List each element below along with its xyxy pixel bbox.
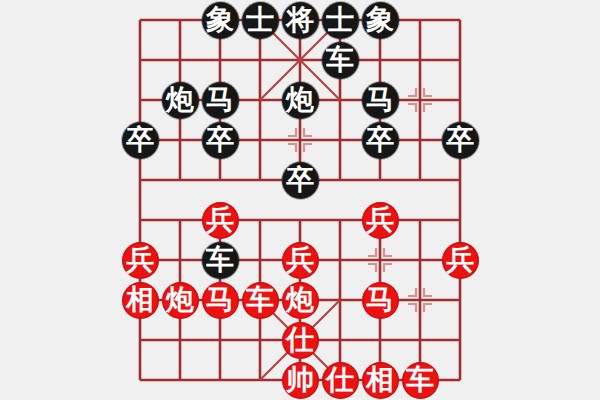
black-pawn[interactable]: 卒 — [202, 122, 239, 159]
black-chariot[interactable]: 车 — [202, 242, 239, 279]
red-elephant[interactable]: 相 — [362, 362, 399, 399]
red-pawn[interactable]: 兵 — [362, 202, 399, 239]
red-pawn[interactable]: 兵 — [122, 242, 159, 279]
piece-grid: 象士将士象车炮马炮马卒卒卒卒卒兵兵兵车兵兵相炮马车炮马仕帅仕相车 — [120, 0, 480, 400]
black-cannon[interactable]: 炮 — [282, 82, 319, 119]
red-pawn[interactable]: 兵 — [202, 202, 239, 239]
black-pawn[interactable]: 卒 — [282, 162, 319, 199]
red-elephant[interactable]: 相 — [122, 282, 159, 319]
black-horse[interactable]: 马 — [202, 82, 239, 119]
red-chariot[interactable]: 车 — [402, 362, 439, 399]
red-horse[interactable]: 马 — [202, 282, 239, 319]
red-king[interactable]: 帅 — [282, 362, 319, 399]
black-general[interactable]: 将 — [282, 2, 319, 39]
xiangqi-board[interactable]: 象士将士象车炮马炮马卒卒卒卒卒兵兵兵车兵兵相炮马车炮马仕帅仕相车 — [0, 0, 600, 400]
black-advisor[interactable]: 士 — [322, 2, 359, 39]
red-cannon[interactable]: 炮 — [162, 282, 199, 319]
red-chariot[interactable]: 车 — [242, 282, 279, 319]
black-pawn[interactable]: 卒 — [122, 122, 159, 159]
black-pawn[interactable]: 卒 — [442, 122, 479, 159]
black-pawn[interactable]: 卒 — [362, 122, 399, 159]
black-elephant[interactable]: 象 — [202, 2, 239, 39]
red-advisor[interactable]: 仕 — [322, 362, 359, 399]
red-pawn[interactable]: 兵 — [442, 242, 479, 279]
black-chariot[interactable]: 车 — [322, 42, 359, 79]
black-cannon[interactable]: 炮 — [162, 82, 199, 119]
red-pawn[interactable]: 兵 — [282, 242, 319, 279]
black-elephant[interactable]: 象 — [362, 2, 399, 39]
black-horse[interactable]: 马 — [362, 82, 399, 119]
red-horse[interactable]: 马 — [362, 282, 399, 319]
red-advisor[interactable]: 仕 — [282, 322, 319, 359]
red-cannon[interactable]: 炮 — [282, 282, 319, 319]
black-advisor[interactable]: 士 — [242, 2, 279, 39]
